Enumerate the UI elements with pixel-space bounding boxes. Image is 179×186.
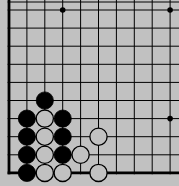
stone-white-e2 [72, 146, 89, 163]
stone-black-b4 [18, 110, 35, 127]
stone-white-f1 [90, 164, 107, 181]
go-board-diagram[interactable] [0, 0, 179, 186]
stone-black-d2 [54, 146, 71, 163]
stone-black-b2 [18, 146, 35, 163]
stone-white-f3 [90, 128, 107, 145]
stone-white-c3 [36, 128, 53, 145]
stone-black-b1 [18, 164, 35, 181]
stone-black-b3 [18, 128, 35, 145]
board-grid [0, 0, 179, 186]
stone-black-d3 [54, 128, 71, 145]
stone-white-c2 [36, 146, 53, 163]
star-point-k10 [167, 7, 173, 13]
star-point-d10 [60, 7, 66, 13]
stone-white-d1 [54, 164, 71, 181]
stone-black-c5 [36, 92, 53, 109]
stone-white-c1 [36, 164, 53, 181]
stone-white-c4 [36, 110, 53, 127]
star-point-k4 [167, 116, 173, 122]
stone-black-d4 [54, 110, 71, 127]
